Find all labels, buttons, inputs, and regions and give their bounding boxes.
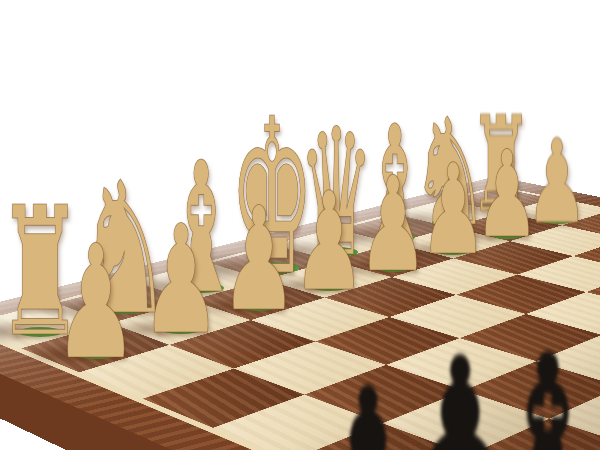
white-pawn-g2: ♟ xyxy=(141,205,222,355)
white-pawn-h2: ♟ xyxy=(54,224,138,381)
white-pawn-e2: ♟ xyxy=(292,174,365,310)
black-bishop-f8: ♝ xyxy=(489,326,600,450)
white-pawn-f2: ♟ xyxy=(221,188,298,331)
white-pawn-d2: ♟ xyxy=(358,159,428,290)
pieces-layer: ♜♞♝♚♛♝♞♜♟♟♟♟♟♟♟♟♟♟♝ xyxy=(0,0,600,450)
white-pawn-a2: ♟ xyxy=(526,124,588,240)
chess-set-photo: ♜♞♝♚♛♝♞♜♟♟♟♟♟♟♟♟♟♟♝ xyxy=(0,0,600,450)
